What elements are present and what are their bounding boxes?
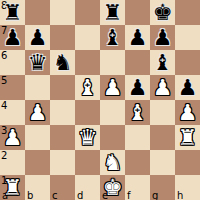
square-a1[interactable]: 1a♜ <box>0 175 25 200</box>
square-e8[interactable]: ♜ <box>100 0 125 25</box>
piece-black-pawn[interactable]: ♟ <box>153 25 173 50</box>
square-f8[interactable] <box>125 0 150 25</box>
piece-white-rook[interactable]: ♜ <box>3 175 23 200</box>
square-d7[interactable] <box>75 25 100 50</box>
square-f2[interactable] <box>125 150 150 175</box>
piece-white-pawn[interactable]: ♟ <box>3 125 23 150</box>
square-g1[interactable]: g <box>150 175 175 200</box>
square-b6[interactable]: ♛ <box>25 50 50 75</box>
piece-white-bishop[interactable]: ♝ <box>78 75 98 100</box>
square-c5[interactable] <box>50 75 75 100</box>
square-a8[interactable]: 8♜ <box>0 0 25 25</box>
piece-black-rook[interactable]: ♜ <box>103 0 123 25</box>
piece-white-pawn[interactable]: ♟ <box>153 75 173 100</box>
square-f3[interactable] <box>125 125 150 150</box>
square-e3[interactable] <box>100 125 125 150</box>
square-g3[interactable] <box>150 125 175 150</box>
piece-black-rook[interactable]: ♜ <box>3 0 23 25</box>
square-f1[interactable]: f <box>125 175 150 200</box>
piece-black-knight[interactable]: ♞ <box>53 50 73 75</box>
piece-black-pawn[interactable]: ♟ <box>28 25 48 50</box>
square-h2[interactable] <box>175 150 200 175</box>
square-b3[interactable] <box>25 125 50 150</box>
square-f6[interactable] <box>125 50 150 75</box>
square-g2[interactable] <box>150 150 175 175</box>
square-d4[interactable] <box>75 100 100 125</box>
square-b5[interactable] <box>25 75 50 100</box>
square-e7[interactable]: ♝ <box>100 25 125 50</box>
piece-black-pawn[interactable]: ♟ <box>128 75 148 100</box>
square-b4[interactable]: ♟ <box>25 100 50 125</box>
square-e2[interactable]: ♞ <box>100 150 125 175</box>
square-a6[interactable]: 6 <box>0 50 25 75</box>
square-a7[interactable]: 7♟ <box>0 25 25 50</box>
square-d6[interactable] <box>75 50 100 75</box>
square-h1[interactable]: h <box>175 175 200 200</box>
square-f5[interactable]: ♟ <box>125 75 150 100</box>
file-label-b: b <box>27 190 33 200</box>
square-c3[interactable] <box>50 125 75 150</box>
square-d3[interactable]: ♛ <box>75 125 100 150</box>
file-label-c: c <box>52 190 58 200</box>
square-b8[interactable] <box>25 0 50 25</box>
square-e4[interactable] <box>100 100 125 125</box>
square-e5[interactable]: ♟ <box>100 75 125 100</box>
square-a5[interactable]: 5 <box>0 75 25 100</box>
square-d5[interactable]: ♝ <box>75 75 100 100</box>
rank-label-4: 4 <box>1 100 7 111</box>
square-c6[interactable]: ♞ <box>50 50 75 75</box>
square-c4[interactable] <box>50 100 75 125</box>
piece-white-knight[interactable]: ♞ <box>103 150 123 175</box>
piece-black-king[interactable]: ♚ <box>153 0 173 25</box>
square-c1[interactable]: c <box>50 175 75 200</box>
piece-black-pawn[interactable]: ♟ <box>3 25 23 50</box>
square-a3[interactable]: 3♟ <box>0 125 25 150</box>
rank-label-2: 2 <box>1 150 7 161</box>
piece-black-pawn[interactable]: ♟ <box>178 75 198 100</box>
piece-white-bishop[interactable]: ♝ <box>128 100 148 125</box>
square-c2[interactable] <box>50 150 75 175</box>
piece-black-bishop[interactable]: ♝ <box>103 25 123 50</box>
square-g7[interactable]: ♟ <box>150 25 175 50</box>
square-b7[interactable]: ♟ <box>25 25 50 50</box>
square-g5[interactable]: ♟ <box>150 75 175 100</box>
file-label-g: g <box>152 190 158 200</box>
square-h7[interactable] <box>175 25 200 50</box>
square-h3[interactable]: ♜ <box>175 125 200 150</box>
rank-label-6: 6 <box>1 50 7 61</box>
square-g8[interactable]: ♚ <box>150 0 175 25</box>
square-d1[interactable]: d <box>75 175 100 200</box>
square-d8[interactable] <box>75 0 100 25</box>
square-f4[interactable]: ♝ <box>125 100 150 125</box>
file-label-f: f <box>127 190 131 200</box>
piece-white-pawn[interactable]: ♟ <box>28 100 48 125</box>
square-h4[interactable]: ♟ <box>175 100 200 125</box>
piece-white-pawn[interactable]: ♟ <box>178 100 198 125</box>
square-a2[interactable]: 2 <box>0 150 25 175</box>
square-h5[interactable]: ♟ <box>175 75 200 100</box>
square-c8[interactable] <box>50 0 75 25</box>
piece-black-bishop[interactable]: ♝ <box>153 50 173 75</box>
chess-board: 8♜♜♚7♟♟♝♟♟6♛♞♝5♝♟♟♟♟4♟♝♟3♟♛♜2♞1a♜bcde♚fg… <box>0 0 200 200</box>
piece-white-rook[interactable]: ♜ <box>178 125 198 150</box>
square-g4[interactable] <box>150 100 175 125</box>
square-h8[interactable] <box>175 0 200 25</box>
rank-label-5: 5 <box>1 75 7 86</box>
square-b2[interactable] <box>25 150 50 175</box>
square-d2[interactable] <box>75 150 100 175</box>
file-label-h: h <box>177 190 183 200</box>
piece-black-queen[interactable]: ♛ <box>28 50 48 75</box>
square-b1[interactable]: b <box>25 175 50 200</box>
file-label-d: d <box>77 190 83 200</box>
piece-black-pawn[interactable]: ♟ <box>128 25 148 50</box>
square-f7[interactable]: ♟ <box>125 25 150 50</box>
square-c7[interactable] <box>50 25 75 50</box>
piece-white-king[interactable]: ♚ <box>103 175 123 200</box>
square-h6[interactable] <box>175 50 200 75</box>
square-e1[interactable]: e♚ <box>100 175 125 200</box>
piece-white-pawn[interactable]: ♟ <box>103 75 123 100</box>
piece-white-queen[interactable]: ♛ <box>78 125 98 150</box>
square-a4[interactable]: 4 <box>0 100 25 125</box>
square-e6[interactable] <box>100 50 125 75</box>
square-g6[interactable]: ♝ <box>150 50 175 75</box>
